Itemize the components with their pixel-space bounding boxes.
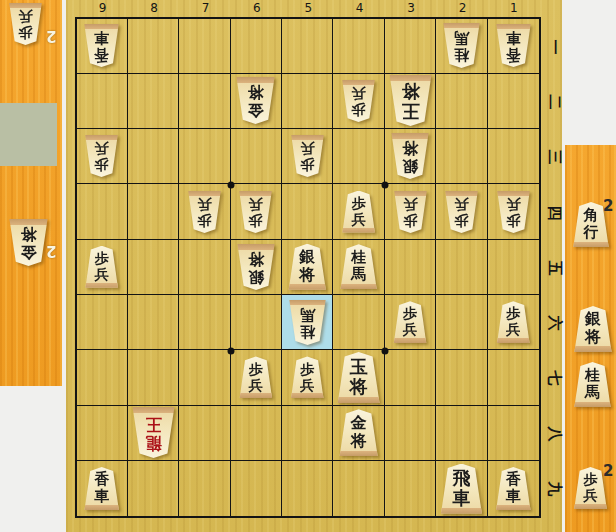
piece-kanji: 歩 bbox=[300, 362, 314, 376]
board-square[interactable] bbox=[436, 406, 487, 461]
piece-king-gote[interactable]: 王将 bbox=[388, 75, 433, 126]
board-square[interactable] bbox=[128, 74, 179, 129]
board-square[interactable] bbox=[231, 129, 282, 184]
board-square[interactable] bbox=[128, 461, 179, 516]
piece-kanji: 兵 bbox=[300, 142, 314, 156]
piece-kanji: 飛 bbox=[452, 469, 470, 487]
piece-kanji: 兵 bbox=[403, 322, 417, 336]
board-square[interactable]: 桂馬 bbox=[333, 240, 384, 295]
shogi-board: 香車桂馬香車金将歩兵王将歩兵歩兵銀将歩兵歩兵歩兵歩兵歩兵歩兵歩兵銀将銀将桂馬桂馬… bbox=[66, 0, 562, 532]
piece-kanji: 兵 bbox=[454, 197, 468, 211]
piece-kanji: 歩 bbox=[249, 362, 263, 376]
piece-king-sente[interactable]: 玉将 bbox=[336, 352, 381, 403]
piece-kanji: 歩 bbox=[197, 213, 211, 227]
board-square[interactable]: 香車 bbox=[77, 461, 128, 516]
board-square[interactable] bbox=[77, 184, 128, 239]
rank-label: 九 bbox=[545, 479, 565, 499]
board-square[interactable] bbox=[231, 461, 282, 516]
board-square[interactable] bbox=[333, 129, 384, 184]
board-square[interactable]: 銀将 bbox=[231, 240, 282, 295]
rank-label: 五 bbox=[545, 258, 565, 278]
piece-knight-sente[interactable]: 桂馬 bbox=[573, 362, 612, 407]
board-square[interactable]: 王将 bbox=[385, 74, 436, 129]
piece-kanji: 将 bbox=[402, 140, 418, 156]
piece-kanji: 金 bbox=[21, 244, 37, 260]
board-square[interactable]: 桂馬 bbox=[282, 295, 333, 350]
board-square[interactable] bbox=[436, 129, 487, 184]
piece-kanji: 将 bbox=[248, 85, 264, 101]
board-square[interactable]: 金将 bbox=[333, 406, 384, 461]
rank-label: 二 bbox=[545, 92, 565, 112]
piece-kanji: 銀 bbox=[585, 311, 601, 327]
hand-count: 2 bbox=[46, 242, 56, 260]
piece-kanji: 車 bbox=[506, 30, 521, 45]
piece-kanji: 歩 bbox=[506, 306, 520, 320]
board-square[interactable] bbox=[282, 184, 333, 239]
piece-kanji: 歩 bbox=[403, 306, 417, 320]
piece-kanji: 香 bbox=[94, 47, 109, 62]
piece-kanji: 歩 bbox=[352, 103, 366, 117]
board-square[interactable] bbox=[488, 406, 539, 461]
board-square[interactable]: 歩兵 bbox=[333, 184, 384, 239]
piece-kanji: 将 bbox=[351, 433, 367, 449]
piece-kanji: 将 bbox=[401, 83, 419, 101]
piece-kanji: 兵 bbox=[19, 10, 33, 24]
piece-kanji: 馬 bbox=[300, 307, 315, 322]
board-square[interactable]: 歩兵 bbox=[231, 350, 282, 405]
piece-kanji: 桂 bbox=[300, 324, 315, 339]
file-label: 5 bbox=[299, 1, 317, 16]
piece-silver-gote[interactable]: 銀将 bbox=[236, 244, 276, 290]
piece-kanji: 将 bbox=[299, 267, 315, 283]
piece-pawn-sente[interactable]: 歩兵 bbox=[393, 301, 428, 343]
board-square[interactable]: 歩兵 bbox=[282, 129, 333, 184]
piece-pawn-sente[interactable]: 歩兵 bbox=[290, 356, 325, 398]
piece-kanji: 兵 bbox=[584, 488, 598, 502]
board-square[interactable] bbox=[385, 406, 436, 461]
board-square[interactable]: 金将 bbox=[231, 74, 282, 129]
piece-kanji: 歩 bbox=[403, 213, 417, 227]
board-square[interactable] bbox=[179, 461, 230, 516]
piece-kanji: 兵 bbox=[300, 378, 314, 392]
piece-kanji: 行 bbox=[584, 225, 599, 240]
piece-kanji: 歩 bbox=[454, 213, 468, 227]
board-square[interactable] bbox=[488, 74, 539, 129]
hand-count: 2 bbox=[603, 197, 613, 215]
sente-hand-tray: 角行2銀将桂馬歩兵2 bbox=[565, 145, 616, 532]
piece-kanji: 歩 bbox=[19, 26, 33, 40]
piece-pawn-sente[interactable]: 歩兵 bbox=[238, 356, 273, 398]
board-square[interactable]: 歩兵 bbox=[385, 184, 436, 239]
piece-kanji: 兵 bbox=[506, 197, 520, 211]
file-label: 2 bbox=[454, 1, 472, 16]
board-square[interactable] bbox=[231, 406, 282, 461]
board-square[interactable]: 歩兵 bbox=[77, 240, 128, 295]
piece-kanji: 兵 bbox=[352, 87, 366, 101]
board-square[interactable] bbox=[282, 19, 333, 74]
piece-kanji: 馬 bbox=[351, 267, 366, 282]
board-square[interactable] bbox=[128, 184, 179, 239]
rank-label: 一 bbox=[545, 37, 565, 57]
piece-kanji: 玉 bbox=[350, 358, 368, 376]
piece-lance-gote[interactable]: 香車 bbox=[495, 24, 532, 67]
file-label: 1 bbox=[505, 1, 523, 16]
board-square[interactable] bbox=[231, 295, 282, 350]
piece-pawn-gote[interactable]: 歩兵 bbox=[496, 191, 531, 233]
board-square[interactable] bbox=[385, 240, 436, 295]
piece-kanji: 歩 bbox=[506, 213, 520, 227]
piece-kanji: 兵 bbox=[403, 197, 417, 211]
board-square[interactable] bbox=[282, 74, 333, 129]
piece-kanji: 金 bbox=[248, 103, 264, 119]
piece-gold-gote[interactable]: 金将 bbox=[8, 219, 49, 266]
piece-pawn-gote[interactable]: 歩兵 bbox=[238, 191, 273, 233]
file-label: 9 bbox=[94, 1, 112, 16]
piece-kanji: 将 bbox=[248, 251, 264, 267]
board-square[interactable] bbox=[128, 19, 179, 74]
piece-kanji: 王 bbox=[401, 103, 419, 121]
rank-label: 六 bbox=[545, 313, 565, 333]
piece-kanji: 兵 bbox=[249, 197, 263, 211]
piece-gold-sente[interactable]: 金将 bbox=[338, 409, 379, 456]
board-square[interactable] bbox=[436, 74, 487, 129]
piece-kanji: 香 bbox=[506, 47, 521, 62]
piece-kanji: 車 bbox=[94, 30, 109, 45]
star-point bbox=[228, 347, 235, 354]
shogi-board-grid: 香車桂馬香車金将歩兵王将歩兵歩兵銀将歩兵歩兵歩兵歩兵歩兵歩兵歩兵銀将銀将桂馬桂馬… bbox=[75, 17, 542, 519]
board-square[interactable] bbox=[179, 74, 230, 129]
piece-kanji: 将 bbox=[21, 226, 37, 242]
file-label: 4 bbox=[351, 1, 369, 16]
board-square[interactable] bbox=[179, 19, 230, 74]
board-square[interactable] bbox=[179, 129, 230, 184]
hand-count: 2 bbox=[603, 462, 613, 480]
piece-dragon-gote[interactable]: 龍王 bbox=[131, 407, 176, 458]
board-square[interactable]: 香車 bbox=[488, 461, 539, 516]
board-square[interactable]: 歩兵 bbox=[488, 295, 539, 350]
board-square[interactable] bbox=[333, 461, 384, 516]
star-point bbox=[382, 347, 389, 354]
board-square[interactable] bbox=[385, 19, 436, 74]
board-square[interactable] bbox=[333, 19, 384, 74]
piece-gold-gote[interactable]: 金将 bbox=[235, 77, 276, 124]
board-square[interactable]: 歩兵 bbox=[436, 184, 487, 239]
board-square[interactable] bbox=[385, 461, 436, 516]
piece-kanji: 金 bbox=[351, 415, 367, 431]
gote-hand-tray: 歩兵2金将2 bbox=[0, 0, 62, 386]
piece-kanji: 王 bbox=[145, 416, 161, 432]
piece-knight-gote[interactable]: 桂馬 bbox=[442, 23, 481, 68]
piece-kanji: 兵 bbox=[95, 142, 109, 156]
piece-pawn-gote[interactable]: 歩兵 bbox=[444, 191, 479, 233]
board-square[interactable]: 飛車 bbox=[436, 461, 487, 516]
board-square[interactable] bbox=[282, 406, 333, 461]
piece-kanji: 香 bbox=[506, 472, 521, 487]
board-square[interactable] bbox=[179, 295, 230, 350]
board-square[interactable]: 歩兵 bbox=[282, 350, 333, 405]
hand-count: 2 bbox=[46, 27, 56, 45]
piece-kanji: 車 bbox=[452, 489, 470, 507]
board-square[interactable] bbox=[128, 350, 179, 405]
piece-pawn-gote[interactable]: 歩兵 bbox=[341, 80, 376, 122]
board-square[interactable] bbox=[488, 240, 539, 295]
file-label: 7 bbox=[197, 1, 215, 16]
piece-lance-gote[interactable]: 香車 bbox=[83, 24, 120, 67]
file-label: 8 bbox=[145, 1, 163, 16]
board-square[interactable] bbox=[77, 406, 128, 461]
rank-label: 七 bbox=[545, 368, 565, 388]
piece-pawn-gote[interactable]: 歩兵 bbox=[393, 191, 428, 233]
piece-kanji: 兵 bbox=[95, 267, 109, 281]
board-square[interactable] bbox=[179, 350, 230, 405]
board-square[interactable]: 歩兵 bbox=[333, 74, 384, 129]
board-square[interactable]: 銀将 bbox=[282, 240, 333, 295]
star-point bbox=[228, 181, 235, 188]
board-square[interactable]: 歩兵 bbox=[77, 129, 128, 184]
piece-kanji: 龍 bbox=[145, 435, 161, 451]
piece-kanji: 歩 bbox=[300, 158, 314, 172]
piece-kanji: 兵 bbox=[506, 322, 520, 336]
piece-kanji: 歩 bbox=[249, 213, 263, 227]
piece-kanji: 角 bbox=[584, 208, 599, 223]
piece-kanji: 車 bbox=[506, 489, 521, 504]
board-square[interactable] bbox=[179, 240, 230, 295]
board-square[interactable] bbox=[179, 406, 230, 461]
star-point bbox=[382, 181, 389, 188]
piece-kanji: 兵 bbox=[197, 197, 211, 211]
piece-kanji: 兵 bbox=[352, 212, 366, 226]
board-square[interactable]: 歩兵 bbox=[179, 184, 230, 239]
piece-kanji: 歩 bbox=[95, 251, 109, 265]
piece-pawn-sente[interactable]: 歩兵 bbox=[84, 246, 119, 288]
file-label: 6 bbox=[248, 1, 266, 16]
board-square[interactable] bbox=[436, 240, 487, 295]
board-square[interactable]: 香車 bbox=[77, 19, 128, 74]
piece-lance-sente[interactable]: 香車 bbox=[495, 467, 532, 510]
board-square[interactable]: 歩兵 bbox=[231, 184, 282, 239]
rank-label: 八 bbox=[545, 424, 565, 444]
piece-pawn-gote[interactable]: 歩兵 bbox=[187, 191, 222, 233]
board-square[interactable] bbox=[231, 19, 282, 74]
piece-kanji: 馬 bbox=[585, 385, 600, 400]
piece-silver-sente[interactable]: 銀将 bbox=[287, 244, 327, 290]
file-label: 3 bbox=[402, 1, 420, 16]
piece-kanji: 車 bbox=[94, 489, 109, 504]
piece-kanji: 香 bbox=[94, 472, 109, 487]
board-square[interactable] bbox=[128, 129, 179, 184]
piece-kanji: 歩 bbox=[95, 158, 109, 172]
piece-kanji: 桂 bbox=[351, 250, 366, 265]
board-square[interactable] bbox=[77, 350, 128, 405]
piece-kanji: 歩 bbox=[584, 472, 598, 486]
board-square[interactable] bbox=[128, 240, 179, 295]
piece-rook-sente[interactable]: 飛車 bbox=[439, 464, 483, 514]
board-square[interactable] bbox=[282, 461, 333, 516]
piece-kanji: 将 bbox=[350, 378, 368, 396]
board-square[interactable] bbox=[488, 350, 539, 405]
board-square[interactable] bbox=[77, 74, 128, 129]
piece-kanji: 銀 bbox=[299, 249, 315, 265]
piece-knight-gote[interactable]: 桂馬 bbox=[288, 300, 327, 345]
piece-lance-sente[interactable]: 香車 bbox=[83, 467, 120, 510]
board-square[interactable]: 歩兵 bbox=[488, 184, 539, 239]
board-square[interactable]: 歩兵 bbox=[385, 295, 436, 350]
tray-placeholder bbox=[0, 103, 57, 166]
piece-kanji: 歩 bbox=[352, 196, 366, 210]
board-square[interactable] bbox=[436, 350, 487, 405]
board-square[interactable] bbox=[77, 295, 128, 350]
rank-label: 四 bbox=[545, 203, 565, 223]
board-square[interactable]: 銀将 bbox=[385, 129, 436, 184]
board-square[interactable]: 龍王 bbox=[128, 406, 179, 461]
board-square[interactable]: 桂馬 bbox=[436, 19, 487, 74]
board-square[interactable] bbox=[333, 295, 384, 350]
piece-knight-sente[interactable]: 桂馬 bbox=[339, 244, 378, 289]
board-square[interactable] bbox=[385, 350, 436, 405]
piece-pawn-gote[interactable]: 歩兵 bbox=[84, 135, 119, 177]
piece-kanji: 桂 bbox=[585, 368, 600, 383]
piece-kanji: 銀 bbox=[248, 268, 264, 284]
piece-pawn-sente[interactable]: 歩兵 bbox=[341, 191, 376, 233]
piece-kanji: 兵 bbox=[249, 378, 263, 392]
piece-pawn-gote[interactable]: 歩兵 bbox=[8, 3, 43, 45]
board-square[interactable] bbox=[436, 295, 487, 350]
piece-pawn-gote[interactable]: 歩兵 bbox=[290, 135, 325, 177]
piece-kanji: 銀 bbox=[402, 158, 418, 174]
board-square[interactable] bbox=[128, 295, 179, 350]
piece-kanji: 馬 bbox=[454, 30, 469, 45]
piece-silver-gote[interactable]: 銀将 bbox=[390, 133, 430, 179]
piece-pawn-sente[interactable]: 歩兵 bbox=[496, 301, 531, 343]
board-square[interactable]: 玉将 bbox=[333, 350, 384, 405]
board-square[interactable]: 香車 bbox=[488, 19, 539, 74]
rank-label: 三 bbox=[545, 147, 565, 167]
board-square[interactable] bbox=[488, 129, 539, 184]
piece-kanji: 将 bbox=[585, 329, 601, 345]
piece-silver-sente[interactable]: 銀将 bbox=[573, 306, 613, 352]
piece-kanji: 桂 bbox=[454, 47, 469, 62]
